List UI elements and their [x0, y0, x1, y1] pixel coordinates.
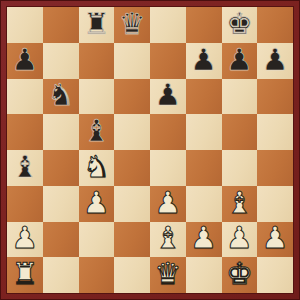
white-knight: ♞ — [83, 152, 110, 182]
square-f4[interactable] — [186, 150, 222, 186]
white-king: ♚ — [226, 259, 253, 289]
white-pawn: ♟ — [226, 223, 253, 253]
square-c7[interactable] — [79, 43, 115, 79]
square-h2[interactable]: ♟ — [257, 222, 293, 258]
black-bishop: ♝ — [83, 116, 110, 146]
square-f1[interactable] — [186, 257, 222, 293]
square-b8[interactable] — [43, 7, 79, 43]
white-pawn: ♟ — [190, 223, 217, 253]
square-e1[interactable]: ♛ — [150, 257, 186, 293]
square-e5[interactable] — [150, 114, 186, 150]
square-g1[interactable]: ♚ — [222, 257, 258, 293]
square-h4[interactable] — [257, 150, 293, 186]
black-pawn: ♟ — [262, 45, 289, 75]
square-a3[interactable] — [7, 186, 43, 222]
square-h6[interactable] — [257, 79, 293, 115]
square-a1[interactable]: ♜ — [7, 257, 43, 293]
black-pawn: ♟ — [226, 45, 253, 75]
white-queen: ♛ — [154, 259, 181, 289]
square-d2[interactable] — [114, 222, 150, 258]
square-g2[interactable]: ♟ — [222, 222, 258, 258]
square-b4[interactable] — [43, 150, 79, 186]
square-h1[interactable] — [257, 257, 293, 293]
square-d7[interactable] — [114, 43, 150, 79]
white-pawn: ♟ — [11, 223, 38, 253]
square-d1[interactable] — [114, 257, 150, 293]
square-d8[interactable]: ♛ — [114, 7, 150, 43]
black-king: ♚ — [226, 9, 253, 39]
chess-board: ♜♛♚♟♟♟♟♞♟♝♝♞♟♟♝♟♝♟♟♟♜♛♚ — [7, 7, 293, 293]
square-d6[interactable] — [114, 79, 150, 115]
square-a6[interactable] — [7, 79, 43, 115]
square-e2[interactable]: ♝ — [150, 222, 186, 258]
square-g5[interactable] — [222, 114, 258, 150]
square-a5[interactable] — [7, 114, 43, 150]
square-f8[interactable] — [186, 7, 222, 43]
square-f5[interactable] — [186, 114, 222, 150]
square-e7[interactable] — [150, 43, 186, 79]
square-g6[interactable] — [222, 79, 258, 115]
square-e8[interactable] — [150, 7, 186, 43]
square-a8[interactable] — [7, 7, 43, 43]
square-c2[interactable] — [79, 222, 115, 258]
white-bishop: ♝ — [226, 188, 253, 218]
square-g8[interactable]: ♚ — [222, 7, 258, 43]
square-e3[interactable]: ♟ — [150, 186, 186, 222]
square-a4[interactable]: ♝ — [7, 150, 43, 186]
square-b1[interactable] — [43, 257, 79, 293]
square-c3[interactable]: ♟ — [79, 186, 115, 222]
square-g3[interactable]: ♝ — [222, 186, 258, 222]
square-a2[interactable]: ♟ — [7, 222, 43, 258]
square-e4[interactable] — [150, 150, 186, 186]
square-b7[interactable] — [43, 43, 79, 79]
black-pawn: ♟ — [11, 45, 38, 75]
black-rook: ♜ — [83, 9, 110, 39]
square-b6[interactable]: ♞ — [43, 79, 79, 115]
white-bishop: ♝ — [154, 223, 181, 253]
square-c6[interactable] — [79, 79, 115, 115]
square-c1[interactable] — [79, 257, 115, 293]
square-d4[interactable] — [114, 150, 150, 186]
square-b5[interactable] — [43, 114, 79, 150]
square-f3[interactable] — [186, 186, 222, 222]
white-pawn: ♟ — [262, 223, 289, 253]
black-pawn: ♟ — [154, 80, 181, 110]
square-h3[interactable] — [257, 186, 293, 222]
square-g4[interactable] — [222, 150, 258, 186]
black-knight: ♞ — [47, 80, 74, 110]
black-bishop: ♝ — [11, 152, 38, 182]
square-e6[interactable]: ♟ — [150, 79, 186, 115]
black-queen: ♛ — [119, 9, 146, 39]
square-f6[interactable] — [186, 79, 222, 115]
square-h5[interactable] — [257, 114, 293, 150]
square-g7[interactable]: ♟ — [222, 43, 258, 79]
square-b3[interactable] — [43, 186, 79, 222]
black-pawn: ♟ — [190, 45, 217, 75]
white-pawn: ♟ — [83, 188, 110, 218]
square-c8[interactable]: ♜ — [79, 7, 115, 43]
square-c4[interactable]: ♞ — [79, 150, 115, 186]
square-d3[interactable] — [114, 186, 150, 222]
square-f7[interactable]: ♟ — [186, 43, 222, 79]
square-d5[interactable] — [114, 114, 150, 150]
square-b2[interactable] — [43, 222, 79, 258]
square-a7[interactable]: ♟ — [7, 43, 43, 79]
square-f2[interactable]: ♟ — [186, 222, 222, 258]
square-c5[interactable]: ♝ — [79, 114, 115, 150]
chess-board-frame: ♜♛♚♟♟♟♟♞♟♝♝♞♟♟♝♟♝♟♟♟♜♛♚ — [0, 0, 300, 300]
white-pawn: ♟ — [154, 188, 181, 218]
square-h7[interactable]: ♟ — [257, 43, 293, 79]
white-rook: ♜ — [11, 259, 38, 289]
square-h8[interactable] — [257, 7, 293, 43]
